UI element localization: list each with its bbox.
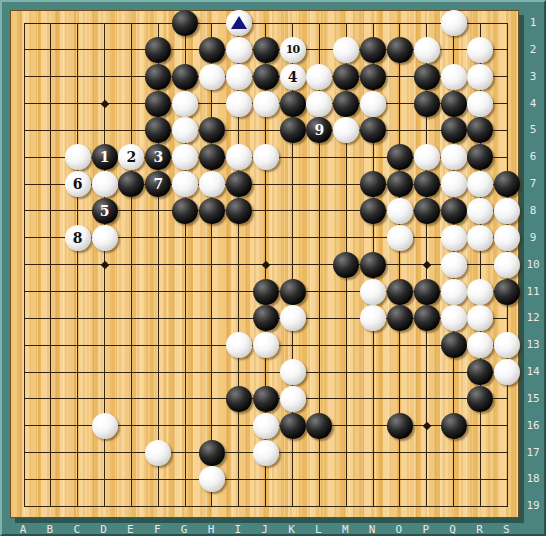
grid-line-horizontal xyxy=(24,506,508,507)
stone-white-C9[interactable]: 8 xyxy=(65,225,91,251)
stone-white-I1[interactable] xyxy=(226,10,252,36)
stone-black-R15[interactable] xyxy=(467,386,493,412)
stone-black-D6[interactable]: 1 xyxy=(92,144,118,170)
row-label-9: 9 xyxy=(530,231,537,242)
stone-white-L3[interactable] xyxy=(306,64,332,90)
stone-white-I2[interactable] xyxy=(226,37,252,63)
stone-white-Q6[interactable] xyxy=(441,144,467,170)
stone-white-I6[interactable] xyxy=(226,144,252,170)
stone-black-P12[interactable] xyxy=(414,305,440,331)
stone-black-I7[interactable] xyxy=(226,171,252,197)
stone-black-F4[interactable] xyxy=(145,91,171,117)
stone-white-E6[interactable]: 2 xyxy=(118,144,144,170)
grid-line-horizontal xyxy=(24,372,508,373)
stone-white-D16[interactable] xyxy=(92,413,118,439)
stone-black-Q13[interactable] xyxy=(441,332,467,358)
stone-white-J16[interactable] xyxy=(253,413,279,439)
stone-black-F6[interactable]: 3 xyxy=(145,144,171,170)
stone-white-Q9[interactable] xyxy=(441,225,467,251)
row-label-17: 17 xyxy=(526,446,539,457)
row-label-18: 18 xyxy=(526,473,539,484)
stone-black-L16[interactable] xyxy=(306,413,332,439)
stone-white-O8[interactable] xyxy=(387,198,413,224)
grid-line-horizontal xyxy=(24,479,508,480)
stone-white-R12[interactable] xyxy=(467,305,493,331)
column-label-K: K xyxy=(288,524,295,535)
stone-white-K12[interactable] xyxy=(280,305,306,331)
star-point xyxy=(423,260,431,268)
stone-white-C7[interactable]: 6 xyxy=(65,171,91,197)
stone-black-J3[interactable] xyxy=(253,64,279,90)
move-number-label: 6 xyxy=(73,177,83,191)
go-board-diagram: 10491236758 ABCDEFGHIJKLMNOPQRS 12345678… xyxy=(0,0,546,536)
stone-black-G8[interactable] xyxy=(172,198,198,224)
row-label-13: 13 xyxy=(526,339,539,350)
stone-white-H7[interactable] xyxy=(199,171,225,197)
stone-black-Q4[interactable] xyxy=(441,91,467,117)
column-label-R: R xyxy=(476,524,483,535)
column-label-G: G xyxy=(181,524,188,535)
stone-white-D7[interactable] xyxy=(92,171,118,197)
stone-white-I13[interactable] xyxy=(226,332,252,358)
move-number-label: 7 xyxy=(153,177,163,191)
stone-white-R9[interactable] xyxy=(467,225,493,251)
stone-black-H8[interactable] xyxy=(199,198,225,224)
row-label-11: 11 xyxy=(526,285,539,296)
stone-white-R3[interactable] xyxy=(467,64,493,90)
stone-black-O6[interactable] xyxy=(387,144,413,170)
stone-white-K2[interactable]: 10 xyxy=(280,37,306,63)
star-point xyxy=(261,260,269,268)
stone-white-N12[interactable] xyxy=(360,305,386,331)
row-label-6: 6 xyxy=(530,151,537,162)
stone-black-P7[interactable] xyxy=(414,171,440,197)
move-number-label: 1 xyxy=(100,150,110,164)
stone-white-H18[interactable] xyxy=(199,466,225,492)
stone-black-P3[interactable] xyxy=(414,64,440,90)
stone-black-H17[interactable] xyxy=(199,440,225,466)
row-label-19: 19 xyxy=(526,500,539,511)
stone-white-G6[interactable] xyxy=(172,144,198,170)
stone-black-R5[interactable] xyxy=(467,117,493,143)
star-point xyxy=(423,422,431,430)
stone-white-S10[interactable] xyxy=(494,252,520,278)
column-label-E: E xyxy=(127,524,134,535)
stone-white-J6[interactable] xyxy=(253,144,279,170)
stone-white-L4[interactable] xyxy=(306,91,332,117)
stone-black-L5[interactable]: 9 xyxy=(306,117,332,143)
column-label-I: I xyxy=(234,524,241,535)
stone-white-R8[interactable] xyxy=(467,198,493,224)
stone-white-G5[interactable] xyxy=(172,117,198,143)
stone-white-K15[interactable] xyxy=(280,386,306,412)
column-label-S: S xyxy=(503,524,510,535)
stone-black-N3[interactable] xyxy=(360,64,386,90)
stone-white-Q11[interactable] xyxy=(441,279,467,305)
stone-black-H5[interactable] xyxy=(199,117,225,143)
stone-black-M4[interactable] xyxy=(333,91,359,117)
column-label-M: M xyxy=(342,524,349,535)
stone-black-F2[interactable] xyxy=(145,37,171,63)
go-board[interactable]: 10491236758 xyxy=(10,10,519,518)
stone-black-N8[interactable] xyxy=(360,198,386,224)
stone-black-Q16[interactable] xyxy=(441,413,467,439)
stone-white-J17[interactable] xyxy=(253,440,279,466)
stone-black-D8[interactable]: 5 xyxy=(92,198,118,224)
row-label-4: 4 xyxy=(530,97,537,108)
stone-white-S8[interactable] xyxy=(494,198,520,224)
row-label-10: 10 xyxy=(526,258,539,269)
stone-black-K5[interactable] xyxy=(280,117,306,143)
stone-white-R7[interactable] xyxy=(467,171,493,197)
move-number-label: 5 xyxy=(100,204,110,218)
stone-white-R4[interactable] xyxy=(467,91,493,117)
stone-black-G3[interactable] xyxy=(172,64,198,90)
stone-black-O12[interactable] xyxy=(387,305,413,331)
column-label-J: J xyxy=(261,524,268,535)
row-label-14: 14 xyxy=(526,366,539,377)
stone-black-N7[interactable] xyxy=(360,171,386,197)
stone-black-J15[interactable] xyxy=(253,386,279,412)
move-number-label: 4 xyxy=(288,70,298,84)
column-label-H: H xyxy=(208,524,215,535)
stone-black-O7[interactable] xyxy=(387,171,413,197)
column-label-L: L xyxy=(315,524,322,535)
stone-black-N10[interactable] xyxy=(360,252,386,278)
stone-white-G4[interactable] xyxy=(172,91,198,117)
column-label-Q: Q xyxy=(449,524,456,535)
row-label-1: 1 xyxy=(530,17,537,28)
move-number-label: 10 xyxy=(286,44,299,55)
stone-white-O9[interactable] xyxy=(387,225,413,251)
stone-white-Q12[interactable] xyxy=(441,305,467,331)
stone-white-K3[interactable]: 4 xyxy=(280,64,306,90)
stone-white-I4[interactable] xyxy=(226,91,252,117)
stone-white-C6[interactable] xyxy=(65,144,91,170)
stone-black-G1[interactable] xyxy=(172,10,198,36)
stone-black-R14[interactable] xyxy=(467,359,493,385)
row-label-12: 12 xyxy=(526,312,539,323)
row-label-16: 16 xyxy=(526,419,539,430)
stone-white-J4[interactable] xyxy=(253,91,279,117)
stone-white-P2[interactable] xyxy=(414,37,440,63)
row-label-3: 3 xyxy=(530,70,537,81)
stone-black-S7[interactable] xyxy=(494,171,520,197)
stone-black-K4[interactable] xyxy=(280,91,306,117)
star-point xyxy=(100,99,108,107)
stone-white-H3[interactable] xyxy=(199,64,225,90)
stone-white-R11[interactable] xyxy=(467,279,493,305)
stone-black-J12[interactable] xyxy=(253,305,279,331)
stone-black-F3[interactable] xyxy=(145,64,171,90)
stone-white-I3[interactable] xyxy=(226,64,252,90)
stone-black-Q8[interactable] xyxy=(441,198,467,224)
stone-white-Q10[interactable] xyxy=(441,252,467,278)
stone-black-S11[interactable] xyxy=(494,279,520,305)
stone-white-P6[interactable] xyxy=(414,144,440,170)
stone-white-D9[interactable] xyxy=(92,225,118,251)
stone-white-F17[interactable] xyxy=(145,440,171,466)
stone-black-N2[interactable] xyxy=(360,37,386,63)
move-number-label: 9 xyxy=(314,123,324,137)
stone-white-M2[interactable] xyxy=(333,37,359,63)
stone-black-O11[interactable] xyxy=(387,279,413,305)
star-point xyxy=(100,260,108,268)
stone-black-K16[interactable] xyxy=(280,413,306,439)
stone-black-F5[interactable] xyxy=(145,117,171,143)
row-label-15: 15 xyxy=(526,392,539,403)
stone-black-Q5[interactable] xyxy=(441,117,467,143)
stone-white-Q1[interactable] xyxy=(441,10,467,36)
column-label-A: A xyxy=(20,524,27,535)
move-number-label: 2 xyxy=(127,150,137,164)
triangle-marker-icon xyxy=(231,16,247,29)
stone-black-J2[interactable] xyxy=(253,37,279,63)
stone-white-N11[interactable] xyxy=(360,279,386,305)
stone-black-P4[interactable] xyxy=(414,91,440,117)
move-number-label: 8 xyxy=(73,231,83,245)
row-label-8: 8 xyxy=(530,204,537,215)
stone-white-Q3[interactable] xyxy=(441,64,467,90)
stone-black-M3[interactable] xyxy=(333,64,359,90)
stone-white-M5[interactable] xyxy=(333,117,359,143)
stone-black-O16[interactable] xyxy=(387,413,413,439)
row-label-7: 7 xyxy=(530,178,537,189)
stone-black-P8[interactable] xyxy=(414,198,440,224)
move-number-label: 3 xyxy=(153,150,163,164)
column-label-B: B xyxy=(47,524,54,535)
column-label-C: C xyxy=(73,524,80,535)
column-label-O: O xyxy=(396,524,403,535)
stone-white-N4[interactable] xyxy=(360,91,386,117)
stone-white-R13[interactable] xyxy=(467,332,493,358)
stone-black-P11[interactable] xyxy=(414,279,440,305)
stone-black-R6[interactable] xyxy=(467,144,493,170)
stone-black-I8[interactable] xyxy=(226,198,252,224)
column-label-F: F xyxy=(154,524,161,535)
stone-white-K14[interactable] xyxy=(280,359,306,385)
stone-white-G7[interactable] xyxy=(172,171,198,197)
stone-white-R2[interactable] xyxy=(467,37,493,63)
stone-black-M10[interactable] xyxy=(333,252,359,278)
stone-white-S9[interactable] xyxy=(494,225,520,251)
stone-white-S14[interactable] xyxy=(494,359,520,385)
column-label-N: N xyxy=(369,524,376,535)
stone-white-S13[interactable] xyxy=(494,332,520,358)
stone-black-E7[interactable] xyxy=(118,171,144,197)
stone-white-J13[interactable] xyxy=(253,332,279,358)
stone-black-N5[interactable] xyxy=(360,117,386,143)
stone-black-J11[interactable] xyxy=(253,279,279,305)
stone-black-H6[interactable] xyxy=(199,144,225,170)
stone-black-F7[interactable]: 7 xyxy=(145,171,171,197)
stone-black-O2[interactable] xyxy=(387,37,413,63)
stone-white-Q7[interactable] xyxy=(441,171,467,197)
stone-black-I15[interactable] xyxy=(226,386,252,412)
stone-black-H2[interactable] xyxy=(199,37,225,63)
row-label-5: 5 xyxy=(530,124,537,135)
stone-black-K11[interactable] xyxy=(280,279,306,305)
column-label-D: D xyxy=(100,524,107,535)
row-label-2: 2 xyxy=(530,43,537,54)
column-label-P: P xyxy=(422,524,429,535)
